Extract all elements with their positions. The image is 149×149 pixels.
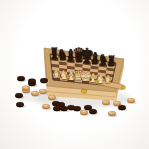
checker-top — [60, 106, 68, 110]
checker-top — [84, 105, 92, 109]
chess-piece-black-pawn[interactable]: ♟ — [75, 55, 83, 64]
clasp — [81, 89, 86, 93]
checker-light[interactable] — [127, 98, 136, 104]
checker-top — [15, 93, 23, 97]
chess-piece-black-pawn[interactable]: ♟ — [67, 54, 75, 63]
checker-highlight — [114, 102, 118, 104]
chess-piece-black-pawn[interactable]: ♟ — [83, 56, 91, 65]
checker-light[interactable] — [108, 111, 117, 117]
checker-top — [17, 76, 25, 80]
checker-highlight — [43, 105, 47, 107]
chess-set-scene: ♜♞♝♛♚♝♞♜♟♟♟♟♟♟♟♟♟♟♟♟♟♟♟♟♜♞♝♛♚♝♞♜ — [0, 0, 149, 149]
checker-dark[interactable] — [118, 105, 127, 111]
chess-piece-black-pawn[interactable]: ♟ — [91, 57, 99, 66]
checker-top — [118, 105, 126, 109]
checker-highlight — [23, 86, 27, 88]
chess-piece-black-pawn[interactable]: ♟ — [59, 53, 67, 62]
chess-piece-white-rook[interactable]: ♜ — [104, 76, 112, 85]
checker-highlight — [128, 99, 132, 101]
chess-piece-black-pawn[interactable]: ♟ — [51, 52, 59, 61]
handle-bracket-right — [121, 85, 125, 89]
checker-highlight — [103, 101, 107, 103]
checker-top — [53, 106, 61, 110]
checker-highlight — [81, 111, 85, 113]
checker-top — [73, 106, 81, 110]
checker-highlight — [40, 90, 44, 92]
checker-top — [89, 109, 97, 113]
checker-top — [57, 102, 65, 106]
checker-highlight — [49, 96, 53, 98]
checker-dark[interactable] — [16, 102, 25, 108]
checker-dark[interactable] — [28, 79, 37, 87]
checker-highlight — [109, 112, 113, 114]
checker-dark[interactable] — [89, 109, 98, 115]
checker-top — [28, 79, 36, 83]
chess-piece-black-pawn[interactable]: ♟ — [99, 58, 107, 67]
checker-top — [16, 102, 24, 106]
checker-highlight — [32, 92, 36, 94]
chess-piece-black-pawn[interactable]: ♟ — [107, 59, 115, 68]
checker-light[interactable] — [22, 86, 31, 94]
checker-top — [40, 78, 48, 82]
checker-dark[interactable] — [17, 76, 26, 82]
